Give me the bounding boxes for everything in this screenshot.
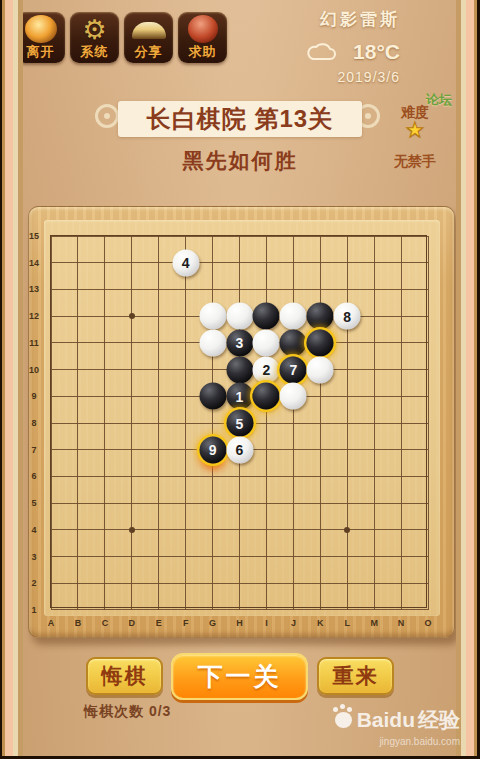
- stone-I9[interactable]: [253, 383, 280, 410]
- stone-F14[interactable]: 4: [172, 249, 199, 276]
- page-edge-left: [0, 0, 26, 759]
- level-title: 长白棋院 第13关: [118, 101, 362, 137]
- help-button-label: 求助: [178, 43, 227, 61]
- stone-H9[interactable]: 1: [226, 383, 253, 410]
- stone-move-number: 4: [182, 255, 190, 271]
- share-button-label: 分享: [124, 43, 173, 61]
- rule-label: 无禁手: [382, 153, 448, 171]
- help-button[interactable]: 求助: [178, 12, 227, 63]
- username: 幻影雷斯: [250, 8, 400, 31]
- stone-J11[interactable]: [280, 329, 307, 356]
- stone-J12[interactable]: [280, 303, 307, 330]
- stone-H10[interactable]: [226, 356, 253, 383]
- watermark-brand: Baidu: [357, 708, 415, 732]
- stone-L12[interactable]: 8: [334, 303, 361, 330]
- exit-icon: [25, 15, 57, 43]
- date: 2019/3/6: [250, 69, 400, 85]
- stone-K12[interactable]: [307, 303, 334, 330]
- watermark: Baidu 经验 jingyan.baidu.com: [333, 706, 460, 747]
- stone-J9[interactable]: [280, 383, 307, 410]
- stone-G7[interactable]: 9: [199, 436, 226, 463]
- stone-move-number: 8: [343, 308, 351, 324]
- stone-move-number: 9: [209, 442, 217, 458]
- watermark-brand-suffix: 经验: [418, 706, 460, 734]
- user-info-panel: 幻影雷斯 18°C 2019/3/6: [250, 8, 400, 85]
- stone-move-number: 2: [262, 362, 270, 378]
- next-level-button[interactable]: 下一关: [171, 653, 308, 700]
- page-edge-right: [452, 0, 480, 759]
- stone-move-number: 5: [236, 415, 244, 431]
- banner-scroll-left-icon: [95, 104, 119, 128]
- stone-K10[interactable]: [307, 356, 334, 383]
- stone-move-number: 7: [289, 362, 297, 378]
- stone-G12[interactable]: [199, 303, 226, 330]
- exit-button[interactable]: 离开: [16, 12, 65, 63]
- gear-icon: ⚙: [78, 15, 112, 45]
- stone-I11[interactable]: [253, 329, 280, 356]
- stone-H12[interactable]: [226, 303, 253, 330]
- stone-K11[interactable]: [307, 329, 334, 356]
- stone-move-number: 6: [236, 442, 244, 458]
- fan-share-icon: [132, 22, 166, 39]
- exit-button-label: 离开: [16, 43, 65, 61]
- stone-I10[interactable]: 2: [253, 356, 280, 383]
- cloud-icon: [305, 42, 339, 62]
- stone-move-number: 1: [236, 388, 244, 404]
- baidu-paw-icon: [335, 712, 352, 728]
- stone-J10[interactable]: 7: [280, 356, 307, 383]
- stone-I12[interactable]: [253, 303, 280, 330]
- difficulty-star-icon: ★: [382, 118, 448, 142]
- stone-G9[interactable]: [199, 383, 226, 410]
- watermark-url: jingyan.baidu.com: [333, 736, 460, 747]
- stone-H7[interactable]: 6: [226, 436, 253, 463]
- stone-move-number: 3: [236, 335, 244, 351]
- stone-H11[interactable]: 3: [226, 329, 253, 356]
- share-button[interactable]: 分享: [124, 12, 173, 63]
- restart-button[interactable]: 重来: [317, 657, 394, 695]
- stone-H8[interactable]: 5: [226, 410, 253, 437]
- stone-G11[interactable]: [199, 329, 226, 356]
- system-button[interactable]: ⚙ 系统: [70, 12, 119, 63]
- undo-count-label: 悔棋次数 0/3: [84, 703, 171, 721]
- helper-icon: [188, 15, 218, 43]
- temperature: 18°C: [353, 40, 400, 64]
- undo-button[interactable]: 悔棋: [86, 657, 163, 695]
- system-button-label: 系统: [70, 43, 119, 61]
